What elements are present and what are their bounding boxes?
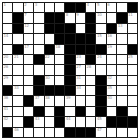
cell-r3c8[interactable] (76, 24, 85, 33)
clue-number: 43 (35, 117, 40, 121)
cell-r11c6 (55, 107, 64, 116)
cell-r7c6[interactable] (55, 65, 64, 74)
cell-r9c2[interactable]: 33 (13, 86, 22, 95)
clue-number: 11 (128, 13, 133, 17)
cell-r3c1[interactable] (3, 24, 12, 33)
cell-r7c7 (65, 65, 74, 74)
clue-number: 47 (97, 128, 102, 132)
cell-r11c1[interactable]: 41 (3, 107, 12, 116)
cell-r8c10 (96, 76, 105, 85)
cell-r12c10[interactable]: 45 (96, 117, 105, 126)
cell-r5c6[interactable]: 18 (55, 45, 64, 54)
cell-r1c9[interactable]: 4 (86, 3, 95, 12)
clue-number: 45 (97, 117, 102, 121)
cell-r11c10 (96, 107, 105, 116)
cell-r13c12[interactable] (117, 128, 126, 137)
cell-r5c1[interactable] (3, 45, 12, 54)
cell-r13c10[interactable]: 47 (96, 128, 105, 137)
clue-number: 15 (97, 34, 102, 38)
cell-r9c11[interactable]: 35 (107, 86, 116, 95)
clue-number: 3 (35, 3, 37, 7)
cell-r7c12[interactable] (117, 65, 126, 74)
cell-r11c13[interactable] (128, 107, 137, 116)
cell-r4c2[interactable] (13, 34, 22, 43)
clue-number: 6 (107, 3, 109, 7)
cell-r1c4[interactable]: 3 (34, 3, 43, 12)
cell-r10c2[interactable] (13, 96, 22, 105)
cell-r11c2[interactable] (13, 107, 22, 116)
clue-number: 26 (4, 65, 9, 69)
cell-r4c6 (55, 34, 64, 43)
cell-r7c9[interactable]: 28 (86, 65, 95, 74)
cell-r9c10 (96, 86, 105, 95)
clue-number: 12 (24, 24, 29, 28)
cell-r13c2[interactable]: 46 (13, 128, 22, 137)
cell-r3c10[interactable] (96, 24, 105, 33)
cell-r2c3[interactable]: 7 (24, 13, 33, 22)
clue-number: 2 (24, 3, 26, 7)
cell-r13c6[interactable] (55, 128, 64, 137)
clue-number: 34 (76, 86, 81, 90)
cell-r4c3[interactable] (24, 34, 33, 43)
clue-number: 17 (24, 45, 29, 49)
clue-number: 28 (87, 65, 92, 69)
cell-r3c7 (65, 24, 74, 33)
cell-r1c8 (76, 3, 85, 12)
clue-number: 39 (66, 96, 71, 100)
cell-r5c11[interactable]: 19 (107, 45, 116, 54)
cell-r10c12[interactable] (117, 96, 126, 105)
clue-number: 32 (107, 76, 112, 80)
cell-r11c9[interactable] (86, 107, 95, 116)
cell-r7c5[interactable] (45, 65, 54, 74)
cell-r9c5 (45, 86, 54, 95)
cell-r5c4[interactable] (34, 45, 43, 54)
cell-r13c8 (76, 128, 85, 137)
clue-number: 19 (107, 45, 112, 49)
cell-r7c2[interactable] (13, 65, 22, 74)
cell-r9c1 (3, 86, 12, 95)
cell-r9c4 (34, 86, 43, 95)
clue-number: 30 (45, 76, 50, 80)
cell-r13c11[interactable] (107, 128, 116, 137)
cell-r7c10[interactable] (96, 65, 105, 74)
cell-r8c4 (34, 76, 43, 85)
cell-r4c12[interactable] (117, 34, 126, 43)
cell-r11c3[interactable] (24, 107, 33, 116)
clue-number: 40 (107, 96, 112, 100)
clue-number: 14 (4, 34, 9, 38)
cell-r4c10[interactable]: 15 (96, 34, 105, 43)
cell-r1c2[interactable] (13, 3, 22, 12)
cell-r3c13[interactable] (128, 24, 137, 33)
cell-r6c11[interactable] (107, 55, 116, 64)
clue-number: 13 (118, 24, 123, 28)
cell-r8c2[interactable] (13, 76, 22, 85)
cell-r3c3[interactable]: 12 (24, 24, 33, 33)
cell-r12c6 (55, 117, 64, 126)
cell-r1c5[interactable] (45, 3, 54, 12)
cell-r5c2 (13, 45, 22, 54)
cell-r3c11 (107, 24, 116, 33)
cell-r5c3[interactable]: 17 (24, 45, 33, 54)
cell-r1c11[interactable]: 6 (107, 3, 116, 12)
cell-r13c9 (86, 128, 95, 137)
clue-number: 1 (4, 3, 6, 7)
cell-r10c3 (24, 96, 33, 105)
cell-r4c13[interactable] (128, 34, 137, 43)
clue-number: 18 (55, 45, 60, 49)
clue-number: 36 (4, 96, 9, 100)
cell-r9c13[interactable] (128, 86, 137, 95)
cell-r2c11[interactable] (107, 13, 116, 22)
cell-r2c12 (117, 13, 126, 22)
cell-r12c8[interactable] (76, 117, 85, 126)
cell-r13c7 (65, 128, 74, 137)
cell-r10c9[interactable] (86, 96, 95, 105)
cell-r1c13 (128, 3, 137, 12)
cell-r10c6[interactable] (55, 96, 64, 105)
cell-r5c9 (86, 45, 95, 54)
cell-r7c1[interactable]: 26 (3, 65, 12, 74)
clue-number: 37 (35, 96, 40, 100)
cell-r2c10[interactable]: 10 (96, 13, 105, 22)
cell-r5c10 (96, 45, 105, 54)
cell-r8c13[interactable] (128, 76, 137, 85)
cell-r1c12[interactable] (117, 3, 126, 12)
cell-r7c11[interactable] (107, 65, 116, 74)
cell-r11c4 (34, 107, 43, 116)
cell-r6c4 (34, 55, 43, 64)
cell-r4c1[interactable]: 14 (3, 34, 12, 43)
cell-r6c2[interactable]: 21 (13, 55, 22, 64)
cell-r4c11[interactable]: 16 (107, 34, 116, 43)
clue-number: 22 (45, 55, 50, 59)
cell-r8c1[interactable]: 29 (3, 76, 12, 85)
cell-r8c9[interactable] (86, 76, 95, 85)
cell-r13c5[interactable] (45, 128, 54, 137)
cell-r5c12[interactable] (117, 45, 126, 54)
cell-r12c3 (24, 117, 33, 126)
clue-number: 33 (14, 86, 19, 90)
clue-number: 20 (4, 55, 9, 59)
clue-number: 42 (4, 117, 9, 121)
cell-r2c1[interactable] (3, 13, 12, 22)
cell-r2c7[interactable]: 8 (65, 13, 74, 22)
clue-number: 27 (76, 65, 81, 69)
cell-r5c5 (45, 45, 54, 54)
cell-r2c8[interactable]: 9 (76, 13, 85, 22)
cell-r10c4[interactable]: 37 (34, 96, 43, 105)
cell-r9c6 (55, 86, 64, 95)
cell-r12c5[interactable] (45, 117, 54, 126)
cell-r12c13 (128, 117, 137, 126)
clue-number: 9 (76, 13, 78, 17)
cell-r9c3[interactable] (24, 86, 33, 95)
cell-r7c8[interactable]: 27 (76, 65, 85, 74)
cell-r4c7 (65, 34, 74, 43)
cell-r6c8[interactable]: 23 (76, 55, 85, 64)
cell-r8c12[interactable] (117, 76, 126, 85)
cell-r13c1 (3, 128, 12, 137)
cell-r2c4[interactable] (34, 13, 43, 22)
cell-r3c4[interactable] (34, 24, 43, 33)
clue-number: 41 (4, 107, 9, 111)
cell-r10c8[interactable] (76, 96, 85, 105)
cell-r3c6 (55, 24, 64, 33)
crossword-board: 1234567891011121314151617181920212223242… (2, 2, 138, 138)
crossword-board-wrap: 1234567891011121314151617181920212223242… (2, 2, 138, 138)
cell-r4c9 (86, 34, 95, 43)
clue-number: 24 (97, 55, 102, 59)
cell-r11c11[interactable] (107, 107, 116, 116)
cell-r13c3[interactable] (24, 128, 33, 137)
cell-r2c5 (45, 13, 54, 22)
cell-r5c8 (76, 45, 85, 54)
cell-r11c5[interactable] (45, 107, 54, 116)
cell-r13c4[interactable] (34, 128, 43, 137)
clue-number: 25 (128, 55, 133, 59)
clue-number: 4 (87, 3, 89, 7)
cell-r8c7 (65, 76, 74, 85)
cell-r2c9 (86, 13, 95, 22)
cell-r8c8[interactable]: 31 (76, 76, 85, 85)
clue-number: 35 (107, 86, 112, 90)
cell-r11c8 (76, 107, 85, 116)
clue-number: 5 (97, 3, 99, 7)
cell-r7c3[interactable] (24, 65, 33, 74)
cell-r6c7 (65, 55, 74, 64)
cell-r4c4[interactable] (34, 34, 43, 43)
cell-r1c3[interactable]: 2 (24, 3, 33, 12)
cell-r10c7[interactable]: 39 (65, 96, 74, 105)
cell-r12c9[interactable] (86, 117, 95, 126)
clue-number: 44 (66, 117, 71, 121)
cell-r5c13 (128, 45, 137, 54)
cell-r8c11[interactable]: 32 (107, 76, 116, 85)
clue-number: 31 (76, 76, 81, 80)
cell-r10c10 (96, 96, 105, 105)
cell-r8c5[interactable]: 30 (45, 76, 54, 85)
cell-r6c1[interactable]: 20 (3, 55, 12, 64)
clue-number: 29 (4, 76, 9, 80)
cell-r12c1[interactable]: 42 (3, 117, 12, 126)
cell-r12c12 (117, 117, 126, 126)
cell-r8c6[interactable] (55, 76, 64, 85)
clue-number: 46 (14, 128, 19, 132)
cell-r6c13[interactable]: 25 (128, 55, 137, 64)
cell-r10c11[interactable]: 40 (107, 96, 116, 105)
clue-number: 38 (45, 96, 50, 100)
cell-r3c5 (45, 24, 54, 33)
cell-r2c13[interactable]: 11 (128, 13, 137, 22)
cell-r12c2[interactable] (13, 117, 22, 126)
cell-r9c9[interactable] (86, 86, 95, 95)
cell-r6c3[interactable] (24, 55, 33, 64)
cell-r9c7 (65, 86, 74, 95)
clue-number: 8 (66, 13, 68, 17)
cell-r9c12[interactable] (117, 86, 126, 95)
clue-number: 7 (24, 13, 26, 17)
cell-r1c10[interactable]: 5 (96, 3, 105, 12)
cell-r2c6 (55, 13, 64, 22)
cell-r6c5[interactable]: 22 (45, 55, 54, 64)
cell-r10c13[interactable] (128, 96, 137, 105)
cell-r9c8[interactable]: 34 (76, 86, 85, 95)
cell-r12c11 (107, 117, 116, 126)
cell-r5c7 (65, 45, 74, 54)
cell-r3c2 (13, 24, 22, 33)
clue-number: 10 (97, 13, 102, 17)
cell-r3c9 (86, 24, 95, 33)
cell-r6c12[interactable] (117, 55, 126, 64)
cell-r10c1[interactable]: 36 (3, 96, 12, 105)
cell-r4c5[interactable] (45, 34, 54, 43)
cell-r12c7[interactable]: 44 (65, 117, 74, 126)
cell-r6c9 (86, 55, 95, 64)
cell-r1c7 (65, 3, 74, 12)
cell-r11c12 (117, 107, 126, 116)
cell-r4c8 (76, 34, 85, 43)
cell-r3c12[interactable]: 13 (117, 24, 126, 33)
cell-r11c7[interactable] (65, 107, 74, 116)
cell-r1c1[interactable]: 1 (3, 3, 12, 12)
cell-r7c13[interactable] (128, 65, 137, 74)
cell-r6c10[interactable]: 24 (96, 55, 105, 64)
clue-number: 23 (76, 55, 81, 59)
cell-r8c3[interactable] (24, 76, 33, 85)
clue-number: 16 (107, 34, 112, 38)
cell-r1c6[interactable] (55, 3, 64, 12)
cell-r2c2 (13, 13, 22, 22)
cell-r12c4[interactable]: 43 (34, 117, 43, 126)
cell-r13c13[interactable] (128, 128, 137, 137)
cell-r6c6[interactable] (55, 55, 64, 64)
cell-r7c4[interactable] (34, 65, 43, 74)
cell-r10c5[interactable]: 38 (45, 96, 54, 105)
clue-number: 21 (14, 55, 19, 59)
